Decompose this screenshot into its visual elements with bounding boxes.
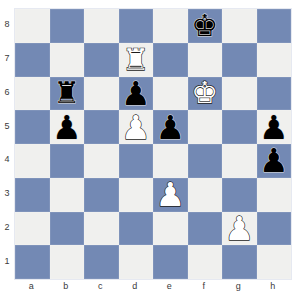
rank-label-5: 5 [0,109,14,143]
rank-label-2: 2 [0,211,14,245]
square-e4[interactable] [153,144,188,178]
file-label-c: c [83,280,118,298]
square-c1[interactable] [84,245,119,279]
square-f3[interactable] [188,178,223,212]
square-d8[interactable] [119,9,154,43]
square-a1[interactable] [15,245,50,279]
square-h5[interactable]: ♟ [257,110,292,144]
square-f1[interactable] [188,245,223,279]
file-label-e: e [152,280,187,298]
square-b4[interactable] [50,144,85,178]
square-b2[interactable] [50,212,85,246]
square-g7[interactable] [222,43,257,77]
rank-label-6: 6 [0,76,14,110]
square-d5[interactable]: ♟ [119,110,154,144]
square-c4[interactable] [84,144,119,178]
white-pawn[interactable]: ♟ [155,178,185,211]
square-b7[interactable] [50,43,85,77]
square-h6[interactable] [257,77,292,111]
square-c5[interactable] [84,110,119,144]
square-g6[interactable] [222,77,257,111]
square-d7[interactable]: ♜ [119,43,154,77]
square-h7[interactable] [257,43,292,77]
file-label-d: d [118,280,153,298]
black-rook[interactable]: ♜ [53,78,80,108]
black-pawn[interactable]: ♟ [155,111,185,144]
square-a7[interactable] [15,43,50,77]
square-b6[interactable]: ♜ [50,77,85,111]
square-h2[interactable] [257,212,292,246]
file-labels: abcdefgh [14,280,290,298]
square-g8[interactable] [222,9,257,43]
rank-label-4: 4 [0,143,14,177]
rank-label-8: 8 [0,8,14,42]
chess-board: ♚♜♜♟♚♟♟♟♟♟♟♟ [14,8,292,280]
square-a3[interactable] [15,178,50,212]
black-king[interactable]: ♚ [191,11,218,41]
file-label-a: a [14,280,49,298]
black-pawn[interactable]: ♟ [121,77,151,110]
square-a8[interactable] [15,9,50,43]
rank-label-3: 3 [0,177,14,211]
square-a5[interactable] [15,110,50,144]
file-label-f: f [187,280,222,298]
square-h1[interactable] [257,245,292,279]
square-h3[interactable] [257,178,292,212]
square-c7[interactable] [84,43,119,77]
square-e5[interactable]: ♟ [153,110,188,144]
square-c8[interactable] [84,9,119,43]
square-d4[interactable] [119,144,154,178]
square-f5[interactable] [188,110,223,144]
square-c3[interactable] [84,178,119,212]
square-a6[interactable] [15,77,50,111]
square-f7[interactable] [188,43,223,77]
square-d2[interactable] [119,212,154,246]
square-a2[interactable] [15,212,50,246]
file-label-g: g [221,280,256,298]
square-e6[interactable] [153,77,188,111]
white-pawn[interactable]: ♟ [121,111,151,144]
white-king[interactable]: ♚ [191,78,218,108]
black-pawn[interactable]: ♟ [259,111,289,144]
file-label-h: h [256,280,291,298]
square-f8[interactable]: ♚ [188,9,223,43]
square-g5[interactable] [222,110,257,144]
square-f4[interactable] [188,144,223,178]
square-b1[interactable] [50,245,85,279]
rank-label-7: 7 [0,42,14,76]
square-f6[interactable]: ♚ [188,77,223,111]
square-e7[interactable] [153,43,188,77]
square-h4[interactable]: ♟ [257,144,292,178]
square-b3[interactable] [50,178,85,212]
square-g2[interactable]: ♟ [222,212,257,246]
square-a4[interactable] [15,144,50,178]
square-g4[interactable] [222,144,257,178]
chess-diagram: 87654321 ♚♜♜♟♚♟♟♟♟♟♟♟ abcdefgh [0,0,298,300]
square-h8[interactable] [257,9,292,43]
black-pawn[interactable]: ♟ [52,111,82,144]
black-pawn[interactable]: ♟ [259,144,289,177]
square-b5[interactable]: ♟ [50,110,85,144]
square-d3[interactable] [119,178,154,212]
rank-label-1: 1 [0,244,14,278]
square-c2[interactable] [84,212,119,246]
square-d1[interactable] [119,245,154,279]
square-e2[interactable] [153,212,188,246]
square-c6[interactable] [84,77,119,111]
square-e3[interactable]: ♟ [153,178,188,212]
square-g3[interactable] [222,178,257,212]
white-pawn[interactable]: ♟ [224,212,254,245]
square-g1[interactable] [222,245,257,279]
square-f2[interactable] [188,212,223,246]
white-rook[interactable]: ♜ [122,45,149,75]
square-e1[interactable] [153,245,188,279]
file-label-b: b [49,280,84,298]
square-b8[interactable] [50,9,85,43]
square-e8[interactable] [153,9,188,43]
square-d6[interactable]: ♟ [119,77,154,111]
rank-labels: 87654321 [0,8,14,278]
